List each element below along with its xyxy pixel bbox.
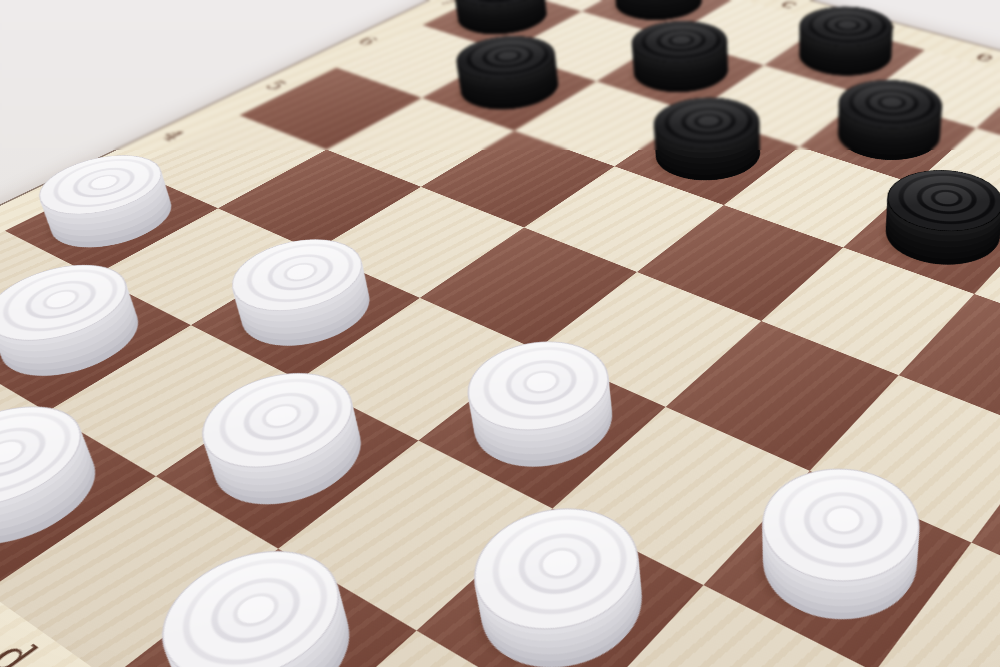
white-piece-e1	[143, 570, 385, 667]
white-piece-c3	[216, 263, 396, 364]
white-piece-top-rings	[790, 656, 1000, 667]
white-piece-g3	[733, 489, 944, 647]
checkers-board: aabbccddeeffgghh1122334455667788	[0, 0, 1000, 667]
piece-side-layer	[791, 661, 1000, 667]
white-piece-d2	[185, 396, 392, 529]
perspective-scene: aabbccddeeffgghh1122334455667788	[0, 0, 1000, 667]
photo-backdrop: aabbccddeeffgghh1122334455667788	[0, 0, 1000, 667]
white-piece-c1	[0, 429, 127, 570]
white-piece-b2	[0, 289, 166, 396]
white-piece-f2	[448, 528, 674, 667]
white-piece-e3	[446, 365, 640, 490]
